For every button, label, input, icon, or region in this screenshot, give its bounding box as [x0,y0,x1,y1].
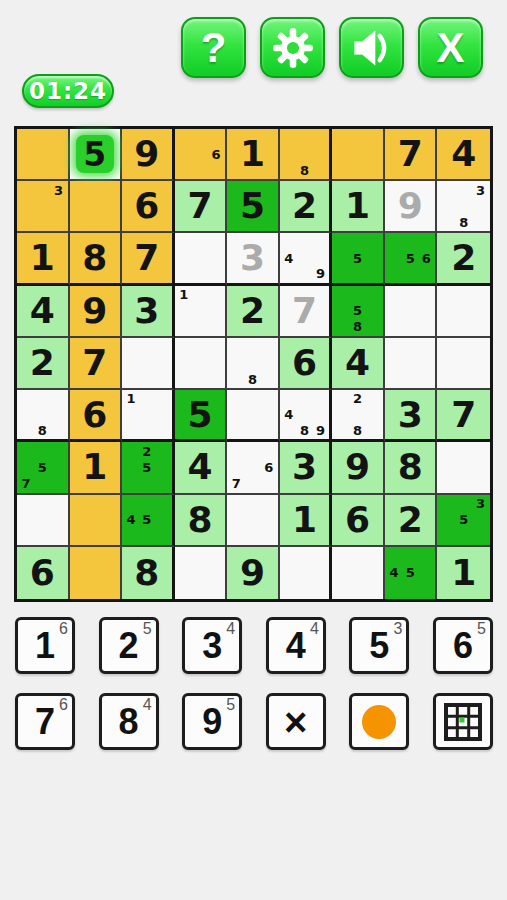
auto-notes-button[interactable] [433,693,493,750]
cell-r3c4[interactable] [175,233,228,285]
keypad-row-2: 768495 × [15,693,493,750]
cell-r6c2[interactable]: 6 [70,390,123,442]
pencil-mark: 5 [350,250,366,266]
orange-dot-icon [362,705,396,739]
pencil-marks: 6 [176,130,225,178]
cell-r5c4[interactable] [175,338,228,390]
cell-r7c6[interactable]: 3 [280,442,333,494]
cell-r8c6[interactable]: 1 [280,495,333,547]
gear-icon [271,26,315,70]
cell-value: 4 [187,449,212,485]
pencil-mark: 9 [312,423,328,439]
pencil-marks: 28 [333,391,382,438]
close-button[interactable]: X [418,17,483,78]
cell-r2c2[interactable] [70,181,123,233]
cell-r5c9[interactable] [437,338,490,390]
cell-value: 2 [30,345,55,381]
cell-value: 6 [292,345,317,381]
pencil-mode-button[interactable] [349,693,409,750]
pencil-marks: 3 [18,182,67,230]
cell-r6c9[interactable]: 7 [437,390,490,442]
digit-button-7[interactable]: 76 [15,693,75,750]
cell-r1c4[interactable]: 6 [175,129,228,181]
cell-value: 7 [292,293,317,329]
cell-r4c5[interactable]: 2 [227,286,280,338]
pencil-mark: 4 [281,407,297,423]
erase-button[interactable]: × [266,693,326,750]
pencil-mark: 7 [228,475,244,491]
cell-r4c8[interactable] [385,286,438,338]
cell-value: 1 [30,240,55,276]
digit-placed-count: 6 [59,620,68,638]
cell-r5c1[interactable]: 2 [17,338,70,390]
pencil-marks: 1 [123,391,171,438]
digit-placed-count: 4 [143,696,152,714]
cell-r8c8[interactable]: 2 [385,495,438,547]
cell-r6c5[interactable] [227,390,280,442]
digit-button-3[interactable]: 34 [182,617,242,674]
pencil-mark: 8 [297,162,313,178]
cell-r1c6[interactable]: 8 [280,129,333,181]
pencil-mark: 5 [402,565,418,582]
digit-label: 3 [202,628,222,664]
cell-value: 1 [345,188,370,224]
cell-r6c4[interactable]: 5 [175,390,228,442]
cell-value: 1 [240,136,265,172]
cell-value: 9 [134,136,159,172]
cell-r6c1[interactable]: 8 [17,390,70,442]
cell-r1c2[interactable]: 5 [70,129,123,181]
pencil-marks: 489 [281,391,329,438]
pencil-mark: 6 [261,459,277,475]
pencil-mark: 6 [208,146,224,162]
cell-value: 4 [345,345,370,381]
pencil-marks: 8 [18,391,67,438]
cell-value: 3 [240,240,265,276]
digit-button-6[interactable]: 65 [433,617,493,674]
pencil-mark: 4 [281,250,297,266]
sudoku-app: 01:24 ? [0,0,507,900]
cell-value: 4 [30,293,55,329]
cell-r4c7[interactable]: 58 [332,286,385,338]
cell-value: 8 [398,449,423,485]
digit-placed-count: 5 [477,620,486,638]
pencil-mark: 8 [350,423,366,439]
pencil-mark: 3 [472,496,489,512]
pencil-mark: 3 [472,182,489,198]
cell-value: 2 [398,502,423,538]
digit-button-4[interactable]: 44 [266,617,326,674]
pencil-marks: 49 [281,234,329,281]
cell-value: 7 [82,345,107,381]
timer-badge: 01:24 [22,74,114,108]
cell-r6c6[interactable]: 489 [280,390,333,442]
cell-r9c6[interactable] [280,547,333,599]
cell-value: 6 [30,555,55,591]
settings-button[interactable] [260,17,325,78]
cell-r3c5[interactable]: 3 [227,233,280,285]
pencil-marks: 45 [123,496,171,544]
cell-r4c2[interactable]: 9 [70,286,123,338]
digit-button-1[interactable]: 16 [15,617,75,674]
cell-r4c9[interactable] [437,286,490,338]
pencil-mark: 2 [350,391,366,407]
cell-r2c9[interactable]: 38 [437,181,490,233]
cell-value: 4 [451,136,476,172]
cell-value: 9 [82,293,107,329]
cell-r3c6[interactable]: 49 [280,233,333,285]
cell-r8c4[interactable]: 8 [175,495,228,547]
pencil-marks: 56 [386,234,435,281]
cell-r2c8[interactable]: 9 [385,181,438,233]
cell-r4c4[interactable]: 1 [175,286,228,338]
digit-label: 7 [35,704,55,740]
cell-r9c4[interactable] [175,547,228,599]
pencil-marks: 35 [438,496,489,544]
cell-r9c1[interactable]: 6 [17,547,70,599]
sound-button[interactable] [339,17,404,78]
cell-value: 7 [398,136,423,172]
digit-label: 2 [119,628,139,664]
cell-r8c7[interactable]: 6 [332,495,385,547]
cell-value: 9 [240,555,265,591]
pencil-mark: 7 [18,475,34,491]
digit-placed-count: 4 [226,620,235,638]
cell-r5c8[interactable] [385,338,438,390]
mini-grid-icon [443,702,483,742]
cell-r3c9[interactable]: 2 [437,233,490,285]
cell-r6c7[interactable]: 28 [332,390,385,442]
timer-value: 01:24 [29,78,107,104]
pencil-mark: 1 [123,391,139,407]
cell-r5c3[interactable] [122,338,175,390]
cell-value: 6 [134,188,159,224]
cell-r9c7[interactable] [332,547,385,599]
cell-value: 5 [187,397,212,433]
pencil-marks: 5 [333,234,382,281]
cell-r3c1[interactable]: 1 [17,233,70,285]
cell-r8c2[interactable] [70,495,123,547]
cell-value: 8 [187,502,212,538]
cell-value: 6 [345,502,370,538]
pencil-mark: 4 [386,565,402,582]
cell-value: 7 [451,397,476,433]
pencil-mark: 8 [455,214,472,230]
pencil-marks: 8 [228,339,277,387]
cell-r2c7[interactable]: 1 [332,181,385,233]
cell-r1c8[interactable]: 7 [385,129,438,181]
cell-r5c7[interactable]: 4 [332,338,385,390]
cell-r1c9[interactable]: 4 [437,129,490,181]
cell-r7c4[interactable]: 4 [175,442,228,494]
pencil-mark: 5 [402,250,418,266]
cell-value: 2 [292,188,317,224]
pencil-marks: 58 [333,287,382,335]
digit-button-5[interactable]: 53 [349,617,409,674]
pencil-marks: 8 [281,130,329,178]
digit-placed-count: 4 [310,620,319,638]
cell-r2c6[interactable]: 2 [280,181,333,233]
pencil-marks: 25 [123,443,171,491]
cell-value: 1 [292,502,317,538]
cell-r7c3[interactable]: 25 [122,442,175,494]
pencil-marks: 1 [176,287,225,335]
pencil-mark: 4 [123,512,139,528]
pencil-marks: 67 [228,443,277,491]
question-icon: ? [201,27,227,69]
cell-r9c9[interactable]: 1 [437,547,490,599]
digit-label: 6 [453,628,473,664]
pencil-mark: 5 [350,303,366,319]
cell-r3c7[interactable]: 5 [332,233,385,285]
cell-r1c7[interactable] [332,129,385,181]
cell-value: 5 [83,138,106,171]
selected-cell-highlight: 5 [76,135,114,173]
cell-r3c2[interactable]: 8 [70,233,123,285]
cell-r7c5[interactable]: 67 [227,442,280,494]
cell-r1c5[interactable]: 1 [227,129,280,181]
pencil-mark: 3 [50,182,66,198]
cell-r7c9[interactable] [437,442,490,494]
cell-r2c1[interactable]: 3 [17,181,70,233]
cell-value: 7 [134,240,159,276]
cell-r2c4[interactable]: 7 [175,181,228,233]
cell-r6c3[interactable]: 1 [122,390,175,442]
cell-r9c5[interactable]: 9 [227,547,280,599]
digit-label: 9 [202,704,222,740]
cell-r4c1[interactable]: 4 [17,286,70,338]
cell-r5c5[interactable]: 8 [227,338,280,390]
cell-value: 2 [240,293,265,329]
digit-label: 5 [369,628,389,664]
cell-r9c2[interactable] [70,547,123,599]
cell-r2c3[interactable]: 6 [122,181,175,233]
cell-value: 8 [134,555,159,591]
cell-value: 5 [240,188,265,224]
digit-placed-count: 3 [393,620,402,638]
cell-r8c9[interactable]: 35 [437,495,490,547]
cell-value: 3 [292,449,317,485]
cell-r5c2[interactable]: 7 [70,338,123,390]
top-toolbar: ? [181,17,483,78]
digit-label: 1 [35,628,55,664]
cell-r8c1[interactable] [17,495,70,547]
pencil-mark: 5 [34,459,50,475]
cell-r9c3[interactable]: 8 [122,547,175,599]
digit-placed-count: 5 [226,696,235,714]
pencil-mark: 8 [244,371,260,387]
cell-value: 3 [134,293,159,329]
digit-button-9[interactable]: 95 [182,693,242,750]
digit-button-2[interactable]: 25 [99,617,159,674]
cell-r1c3[interactable]: 9 [122,129,175,181]
cell-value: 1 [451,555,476,591]
cell-r7c1[interactable]: 57 [17,442,70,494]
cell-value: 8 [82,240,107,276]
pencil-marks: 38 [438,182,489,230]
cell-value: 2 [451,240,476,276]
pencil-mark: 6 [418,250,434,266]
cell-r3c3[interactable]: 7 [122,233,175,285]
cell-value: 7 [187,188,212,224]
cell-value: 9 [398,188,423,224]
pencil-mark: 9 [312,266,328,282]
cell-r4c3[interactable]: 3 [122,286,175,338]
digit-label: 4 [286,628,306,664]
cell-r7c8[interactable]: 8 [385,442,438,494]
cell-r5c6[interactable]: 6 [280,338,333,390]
pencil-mark: 5 [139,459,155,475]
cell-value: 6 [82,397,107,433]
cell-r8c3[interactable]: 45 [122,495,175,547]
cell-r6c8[interactable]: 3 [385,390,438,442]
pencil-mark: 2 [139,443,155,459]
help-button[interactable]: ? [181,17,246,78]
sudoku-board: 5961874367521938187349556249312758278648… [14,126,493,602]
cell-r8c5[interactable] [227,495,280,547]
cell-value: 9 [345,449,370,485]
digit-placed-count: 6 [59,696,68,714]
pencil-marks: 45 [386,548,435,598]
pencil-mark: 8 [297,423,313,439]
cell-value: 3 [398,397,423,433]
cell-r3c8[interactable]: 56 [385,233,438,285]
pencil-mark: 8 [350,319,366,335]
x-icon: X [436,27,464,69]
keypad-row-1: 162534445365 [15,617,493,674]
cell-r1c1[interactable] [17,129,70,181]
digit-button-8[interactable]: 84 [99,693,159,750]
speaker-icon [350,26,394,70]
cell-r7c2[interactable]: 1 [70,442,123,494]
digit-placed-count: 5 [143,620,152,638]
pencil-mark: 1 [176,287,192,303]
digit-label: 8 [119,704,139,740]
pencil-marks: 57 [18,443,67,491]
cell-r2c5[interactable]: 5 [227,181,280,233]
cell-value: 1 [82,449,107,485]
pencil-mark: 8 [34,423,50,439]
cell-r4c6[interactable]: 7 [280,286,333,338]
cell-r9c8[interactable]: 45 [385,547,438,599]
pencil-mark: 5 [139,512,155,528]
pencil-mark: 5 [455,512,472,528]
x-erase-icon: × [284,702,307,742]
cell-r7c7[interactable]: 9 [332,442,385,494]
